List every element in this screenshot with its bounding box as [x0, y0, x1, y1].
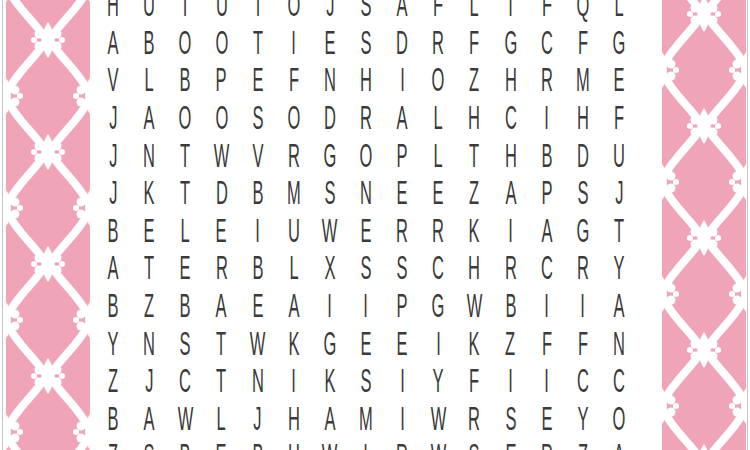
grid-cell: B: [492, 287, 528, 325]
grid-letter: I: [291, 26, 296, 59]
grid-cell: E: [240, 287, 276, 325]
grid-cell: W: [167, 400, 203, 438]
grid-letter: W: [430, 439, 446, 450]
grid-letter: I: [364, 289, 369, 322]
grid-letter: Y: [108, 327, 119, 360]
grid-letter: H: [468, 251, 480, 284]
grid-cell: S: [348, 0, 384, 24]
grid-letter: S: [505, 402, 516, 435]
grid-cell: C: [420, 249, 456, 287]
grid-cell: E: [492, 437, 528, 450]
grid-cell: O: [203, 99, 239, 137]
grid-cell: R: [384, 437, 420, 450]
grid-cell: S: [312, 174, 348, 212]
grid-cell: A: [601, 437, 637, 450]
grid-letter: D: [396, 26, 408, 59]
grid-letter: H: [468, 101, 480, 134]
grid-letter: T: [216, 327, 226, 360]
grid-cell: B: [167, 61, 203, 99]
grid-cell: W: [312, 437, 348, 450]
grid-cell: T: [131, 249, 167, 287]
grid-cell: S: [131, 437, 167, 450]
grid-letter: S: [360, 26, 371, 59]
grid-letter: B: [144, 26, 155, 59]
grid-cell: Z: [131, 287, 167, 325]
grid-cell: Y: [420, 362, 456, 400]
grid-cell: I: [312, 287, 348, 325]
grid-cell: I: [492, 362, 528, 400]
grid-letter: B: [505, 289, 516, 322]
grid-letter: E: [216, 214, 227, 247]
grid-letter: A: [397, 101, 408, 134]
grid-cell: Y: [95, 324, 131, 362]
grid-cell: U: [601, 136, 637, 174]
grid-cell: R: [529, 61, 565, 99]
grid-cell: G: [492, 24, 528, 62]
grid-letter: J: [109, 139, 117, 172]
grid-cell: F: [529, 324, 565, 362]
grid-cell: R: [529, 437, 565, 450]
grid-letter: N: [143, 327, 155, 360]
grid-letter: H: [505, 63, 517, 96]
grid-cell: Z: [456, 61, 492, 99]
grid-letter: T: [180, 0, 190, 21]
worksheet-page: HUTUTOJSAFLIFQLABOOTIESDRFGCFGVLBPEFNHIO…: [0, 0, 750, 450]
grid-cell: B: [529, 136, 565, 174]
grid-cell: T: [240, 0, 276, 24]
grid-letter: Z: [144, 289, 154, 322]
grid-cell: H: [456, 99, 492, 137]
grid-cell: L: [420, 136, 456, 174]
grid-letter: F: [469, 26, 479, 59]
grid-letter: P: [397, 289, 408, 322]
grid-letter: I: [400, 402, 405, 435]
grid-letter: R: [432, 26, 444, 59]
grid-letter: F: [289, 63, 299, 96]
grid-letter: F: [578, 26, 588, 59]
grid-letter: J: [145, 364, 153, 397]
grid-cell: L: [276, 249, 312, 287]
grid-cell: N: [240, 362, 276, 400]
grid-cell: C: [492, 99, 528, 137]
grid-letter: M: [287, 176, 301, 209]
grid-cell: Z: [95, 437, 131, 450]
grid-letter: F: [542, 327, 552, 360]
grid-letter: E: [144, 214, 155, 247]
grid-cell: W: [312, 212, 348, 250]
left-page-edge-line: [2, 0, 3, 450]
grid-letter: E: [541, 402, 552, 435]
grid-cell: B: [240, 249, 276, 287]
grid-cell: D: [312, 99, 348, 137]
grid-cell: B: [95, 287, 131, 325]
grid-letter: B: [108, 402, 119, 435]
grid-cell: R: [203, 249, 239, 287]
grid-cell: F: [565, 24, 601, 62]
grid-cell: I: [348, 287, 384, 325]
grid-letter: E: [360, 214, 371, 247]
grid-cell: A: [276, 287, 312, 325]
grid-cell: S: [240, 99, 276, 137]
grid-cell: H: [565, 99, 601, 137]
grid-cell: G: [420, 287, 456, 325]
grid-cell: H: [456, 249, 492, 287]
grid-cell: R: [420, 212, 456, 250]
grid-letter: S: [577, 176, 588, 209]
grid-letter: S: [469, 439, 480, 450]
grid-cell: N: [131, 136, 167, 174]
grid-letter: N: [143, 139, 155, 172]
grid-letter: H: [360, 63, 372, 96]
grid-cell: O: [348, 136, 384, 174]
grid-cell: A: [601, 287, 637, 325]
grid-cell: E: [384, 174, 420, 212]
grid-cell: W: [203, 136, 239, 174]
grid-cell: S: [456, 437, 492, 450]
grid-cell: E: [348, 324, 384, 362]
grid-cell: J: [95, 174, 131, 212]
grid-letter: N: [324, 63, 336, 96]
grid-letter: A: [216, 289, 227, 322]
grid-letter: A: [397, 0, 408, 21]
grid-letter: J: [109, 176, 117, 209]
grid-letter: U: [288, 214, 300, 247]
grid-cell: C: [167, 362, 203, 400]
grid-letter: B: [252, 176, 263, 209]
grid-letter: T: [216, 364, 226, 397]
grid-letter: W: [214, 139, 230, 172]
grid-cell: S: [492, 400, 528, 438]
grid-cell: F: [276, 61, 312, 99]
grid-letter: S: [144, 439, 155, 450]
grid-cell: L: [131, 61, 167, 99]
grid-cell: A: [131, 400, 167, 438]
grid-cell: G: [312, 136, 348, 174]
grid-letter: S: [360, 0, 371, 21]
grid-cell: D: [203, 174, 239, 212]
grid-cell: C: [529, 249, 565, 287]
grid-letter: C: [505, 101, 517, 134]
grid-letter: F: [578, 327, 588, 360]
grid-letter: A: [613, 439, 624, 450]
grid-letter: G: [432, 289, 445, 322]
grid-letter: I: [400, 63, 405, 96]
grid-cell: L: [601, 0, 637, 24]
grid-cell: Z: [95, 362, 131, 400]
grid-letter: E: [360, 327, 371, 360]
grid-letter: M: [359, 402, 373, 435]
grid-cell: W: [420, 400, 456, 438]
grid-cell: I: [384, 362, 420, 400]
grid-cell: W: [420, 437, 456, 450]
grid-cell: Z: [492, 324, 528, 362]
grid-cell: E: [131, 212, 167, 250]
grid-letter: G: [613, 26, 626, 59]
grid-letter: E: [252, 289, 263, 322]
grid-letter: O: [179, 101, 192, 134]
grid-cell: I: [240, 212, 276, 250]
grid-cell: O: [203, 24, 239, 62]
grid-letter: E: [433, 176, 444, 209]
grid-letter: I: [508, 214, 513, 247]
grid-letter: K: [469, 327, 480, 360]
grid-cell: S: [348, 362, 384, 400]
grid-cell: A: [95, 24, 131, 62]
grid-letter: M: [576, 63, 590, 96]
grid-cell: H: [348, 61, 384, 99]
grid-cell: A: [384, 0, 420, 24]
grid-letter: W: [178, 402, 194, 435]
grid-cell: U: [203, 0, 239, 24]
grid-cell: T: [203, 362, 239, 400]
grid-letter: Z: [578, 439, 588, 450]
right-page-edge-line: [747, 0, 748, 450]
grid-letter: A: [144, 101, 155, 134]
grid-letter: R: [577, 251, 589, 284]
grid-letter: S: [397, 251, 408, 284]
grid-letter: R: [505, 251, 517, 284]
grid-cell: F: [456, 362, 492, 400]
grid-letter: H: [288, 439, 300, 450]
grid-letter: L: [434, 139, 443, 172]
grid-cell: A: [492, 174, 528, 212]
grid-letter: C: [613, 364, 625, 397]
grid-letter: N: [360, 176, 372, 209]
grid-cell: X: [312, 249, 348, 287]
grid-letter: I: [328, 289, 333, 322]
grid-letter: K: [469, 214, 480, 247]
grid-cell: I: [348, 437, 384, 450]
grid-cell: R: [565, 249, 601, 287]
grid-cell: W: [240, 324, 276, 362]
grid-letter: E: [397, 327, 408, 360]
grid-cell: L: [203, 400, 239, 438]
grid-cell: U: [131, 0, 167, 24]
grid-cell: P: [384, 287, 420, 325]
grid-letter: R: [396, 439, 408, 450]
grid-letter: S: [360, 364, 371, 397]
grid-cell: J: [131, 362, 167, 400]
grid-letter: T: [614, 214, 624, 247]
grid-letter: A: [288, 289, 299, 322]
right-decorative-border: [662, 0, 746, 450]
grid-cell: T: [167, 0, 203, 24]
grid-cell: D: [384, 24, 420, 62]
grid-cell: I: [529, 99, 565, 137]
grid-cell: I: [492, 0, 528, 24]
grid-cell: N: [601, 324, 637, 362]
grid-cell: E: [203, 212, 239, 250]
grid-letter: L: [145, 63, 154, 96]
grid-letter: Y: [577, 402, 588, 435]
grid-cell: J: [95, 136, 131, 174]
grid-cell: J: [95, 99, 131, 137]
grid-letter: Z: [469, 176, 479, 209]
grid-cell: G: [312, 324, 348, 362]
grid-letter: C: [541, 26, 553, 59]
grid-cell: J: [312, 0, 348, 24]
grid-cell: P: [529, 174, 565, 212]
grid-cell: T: [601, 212, 637, 250]
grid-letter: T: [144, 251, 154, 284]
grid-letter: I: [580, 289, 585, 322]
grid-letter: I: [400, 364, 405, 397]
grid-cell: M: [276, 174, 312, 212]
grid-letter: B: [180, 63, 191, 96]
grid-cell: O: [420, 61, 456, 99]
grid-cell: D: [565, 136, 601, 174]
grid-letter: W: [322, 214, 338, 247]
grid-letter: J: [326, 0, 334, 21]
grid-cell: C: [529, 24, 565, 62]
grid-cell: F: [601, 99, 637, 137]
grid-letter: P: [541, 176, 552, 209]
grid-cell: A: [529, 212, 565, 250]
grid-cell: O: [276, 0, 312, 24]
grid-letter: W: [467, 289, 483, 322]
word-search-grid: HUTUTOJSAFLIFQLABOOTIESDRFGCFGVLBPEFNHIO…: [95, 0, 637, 450]
grid-letter: E: [505, 439, 516, 450]
grid-letter: H: [288, 402, 300, 435]
grid-letter: C: [541, 251, 553, 284]
grid-letter: I: [508, 0, 513, 21]
grid-letter: R: [541, 63, 553, 96]
grid-cell: J: [601, 174, 637, 212]
grid-letter: O: [215, 26, 228, 59]
grid-cell: G: [601, 24, 637, 62]
grid-letter: V: [108, 63, 119, 96]
grid-letter: G: [504, 26, 517, 59]
grid-letter: R: [288, 139, 300, 172]
grid-cell: E: [348, 212, 384, 250]
grid-cell: R: [348, 99, 384, 137]
grid-cell: P: [203, 61, 239, 99]
grid-cell: R: [276, 136, 312, 174]
grid-cell: T: [240, 24, 276, 62]
grid-cell: R: [420, 24, 456, 62]
left-decorative-border: [6, 0, 90, 450]
grid-letter: C: [432, 251, 444, 284]
grid-cell: I: [492, 212, 528, 250]
grid-cell: N: [312, 61, 348, 99]
grid-letter: R: [360, 101, 372, 134]
grid-letter: U: [215, 0, 227, 21]
grid-letter: G: [576, 214, 589, 247]
grid-letter: P: [216, 63, 227, 96]
grid-cell: B: [95, 400, 131, 438]
grid-cell: B: [167, 437, 203, 450]
grid-letter: S: [252, 101, 263, 134]
grid-cell: Q: [565, 0, 601, 24]
grid-letter: A: [613, 289, 624, 322]
grid-letter: E: [216, 439, 227, 450]
grid-cell: R: [456, 400, 492, 438]
grid-letter: F: [542, 0, 552, 21]
grid-letter: W: [322, 439, 338, 450]
grid-letter: U: [613, 139, 625, 172]
grid-letter: B: [541, 139, 552, 172]
grid-letter: L: [470, 0, 479, 21]
grid-letter: A: [108, 26, 119, 59]
grid-letter: H: [107, 0, 119, 21]
grid-letter: Y: [433, 364, 444, 397]
grid-cell: F: [565, 324, 601, 362]
grid-cell: R: [384, 212, 420, 250]
grid-letter: O: [287, 0, 300, 21]
grid-cell: B: [167, 287, 203, 325]
grid-cell: I: [420, 324, 456, 362]
grid-letter: O: [613, 402, 626, 435]
grid-cell: I: [384, 400, 420, 438]
grid-letter: B: [180, 289, 191, 322]
grid-cell: L: [420, 99, 456, 137]
grid-letter: T: [253, 0, 263, 21]
grid-cell: M: [565, 61, 601, 99]
grid-letter: Z: [505, 327, 515, 360]
grid-letter: E: [180, 251, 191, 284]
grid-letter: C: [179, 364, 191, 397]
grid-letter: S: [180, 327, 191, 360]
grid-letter: C: [577, 364, 589, 397]
grid-letter: O: [179, 26, 192, 59]
grid-cell: K: [131, 174, 167, 212]
grid-cell: I: [276, 362, 312, 400]
grid-letter: U: [143, 0, 155, 21]
grid-cell: S: [348, 24, 384, 62]
grid-letter: Q: [576, 0, 589, 21]
grid-letter: T: [180, 176, 190, 209]
grid-letter: O: [287, 101, 300, 134]
grid-letter: E: [613, 63, 624, 96]
grid-letter: N: [252, 364, 264, 397]
grid-cell: E: [203, 437, 239, 450]
grid-letter: J: [253, 402, 261, 435]
grid-cell: B: [240, 174, 276, 212]
grid-letter: B: [252, 439, 263, 450]
grid-cell: L: [456, 0, 492, 24]
grid-cell: H: [492, 61, 528, 99]
grid-letter: Z: [108, 439, 118, 450]
grid-cell: I: [529, 287, 565, 325]
grid-cell: B: [95, 212, 131, 250]
grid-letter: A: [505, 176, 516, 209]
grid-letter: V: [252, 139, 263, 172]
grid-letter: T: [180, 139, 190, 172]
grid-cell: O: [167, 99, 203, 137]
grid-letter: R: [468, 402, 480, 435]
grid-cell: N: [131, 324, 167, 362]
grid-cell: S: [348, 249, 384, 287]
grid-cell: E: [240, 61, 276, 99]
grid-letter: N: [613, 327, 625, 360]
grid-letter: R: [541, 439, 553, 450]
grid-letter: I: [364, 439, 369, 450]
grid-cell: J: [240, 400, 276, 438]
grid-letter: I: [291, 364, 296, 397]
grid-letter: Z: [108, 364, 118, 397]
grid-letter: B: [180, 439, 191, 450]
grid-cell: O: [601, 400, 637, 438]
grid-letter: B: [108, 214, 119, 247]
grid-letter: I: [544, 101, 549, 134]
grid-letter: A: [324, 402, 335, 435]
grid-letter: L: [217, 402, 226, 435]
grid-letter: H: [505, 139, 517, 172]
grid-letter: I: [255, 214, 260, 247]
grid-letter: A: [144, 402, 155, 435]
grid-cell: A: [95, 249, 131, 287]
grid-letter: K: [324, 364, 335, 397]
